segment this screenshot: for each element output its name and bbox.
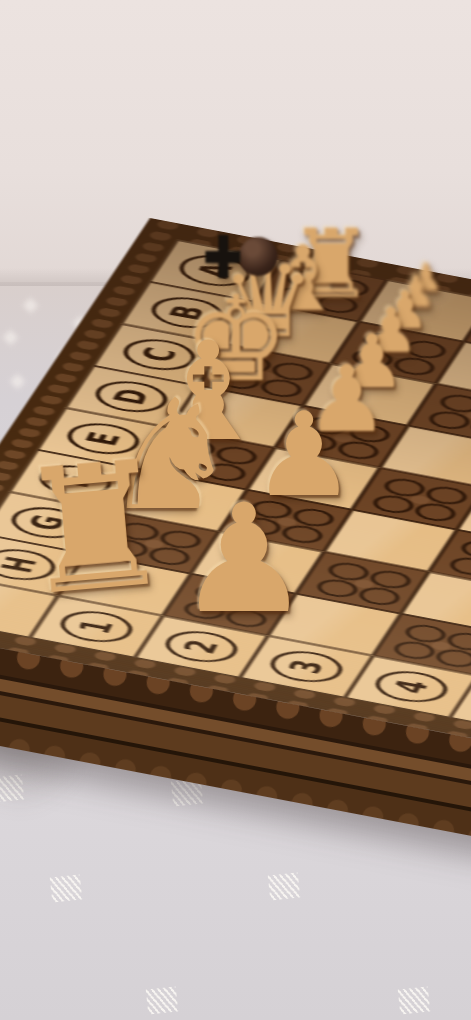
rank-label-text: 4 xyxy=(368,667,454,707)
file-label-text: A xyxy=(172,251,258,291)
scene: ABCDEFGH12345678 ♜♞♝♚♛♝♞♜♟♟♟♟♟♟♟♟ xyxy=(0,0,471,1020)
file-label-text: C xyxy=(116,335,202,375)
rank-label-text: 3 xyxy=(263,647,349,687)
tablecloth-dash-motif xyxy=(50,875,82,903)
rank-label-text: 1 xyxy=(53,607,139,647)
tablecloth-dash-motif xyxy=(268,873,300,901)
rank-label-text: 2 xyxy=(158,627,244,667)
file-label-text: B xyxy=(144,293,230,333)
file-label-text: F xyxy=(32,461,118,501)
file-label-text: G xyxy=(4,503,90,543)
tablecloth-dash-motif xyxy=(398,987,430,1015)
file-label-text: D xyxy=(88,377,174,417)
file-label-text: H xyxy=(0,545,62,585)
file-label-text: E xyxy=(60,419,146,459)
tablecloth-dash-motif xyxy=(146,987,178,1015)
